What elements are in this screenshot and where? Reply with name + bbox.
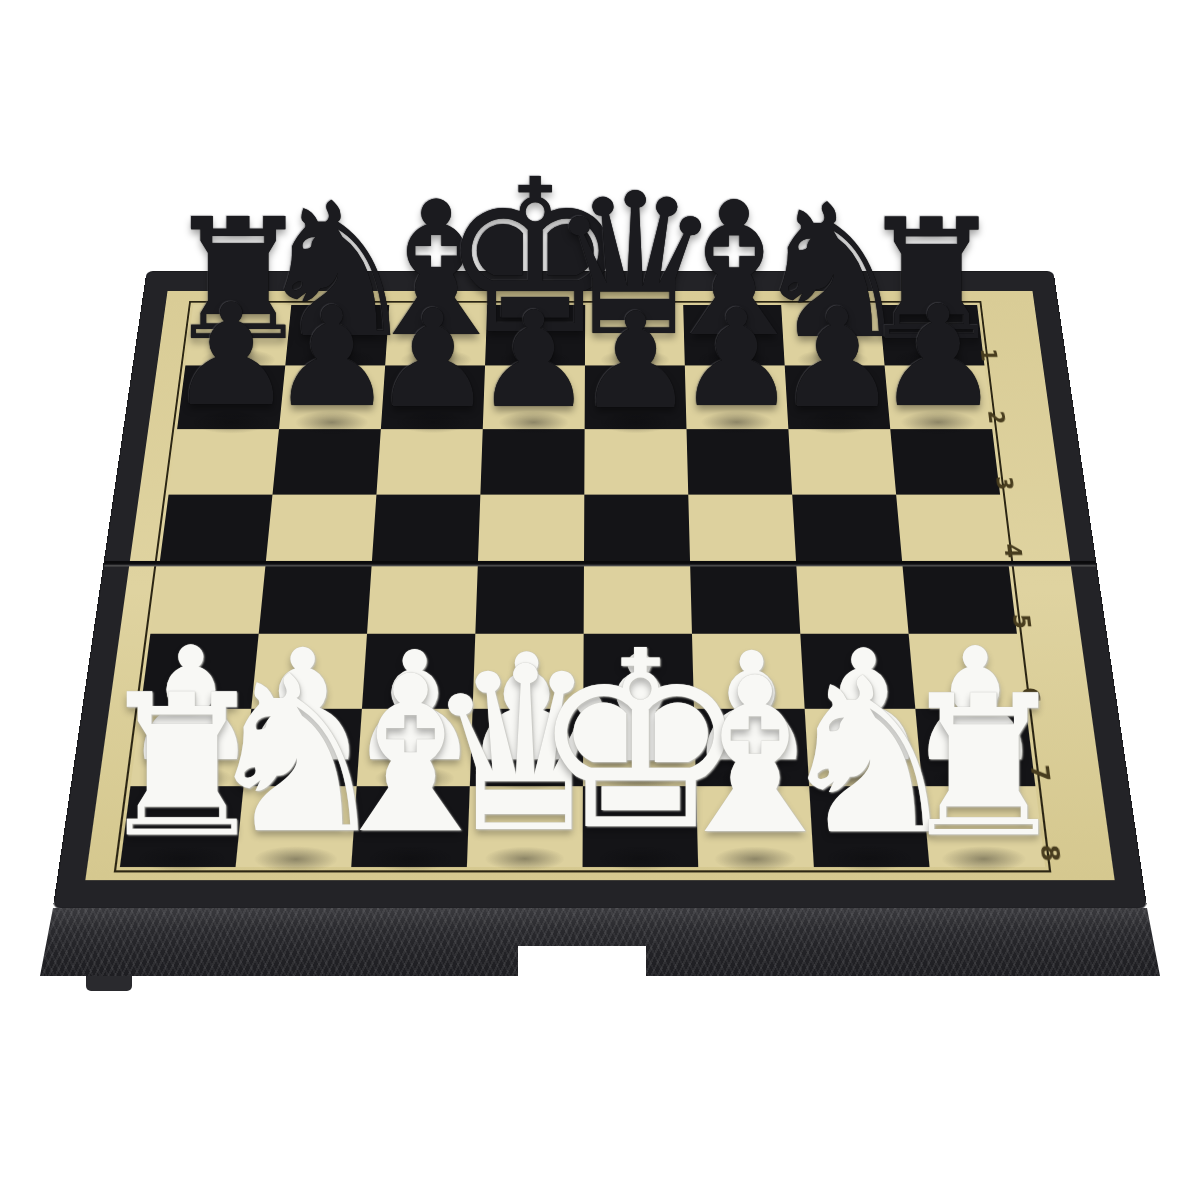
square[interactable] (376, 429, 482, 495)
square[interactable] (273, 429, 381, 495)
square[interactable] (160, 494, 273, 562)
square[interactable] (688, 494, 796, 562)
square[interactable] (792, 494, 902, 562)
square[interactable] (169, 429, 279, 495)
black-pawn-piece[interactable]: ♟ (876, 287, 1001, 427)
rank-label: 3 (964, 458, 1045, 509)
frame-clasp-foot (86, 976, 132, 991)
frame-front-edge (0, 908, 1200, 978)
rank-label: 4 (972, 525, 1055, 578)
square[interactable] (372, 494, 481, 562)
square[interactable] (584, 429, 688, 495)
square[interactable] (686, 429, 792, 495)
square[interactable] (584, 494, 690, 562)
product-photo-stage: 12345678 ♜♞♝♚♛♝♞♜♟♟♟♟♟♟♟♟♟♟♟♟♟♟♟♟♜♞♝♛♚♝♞… (0, 0, 1200, 1200)
square[interactable] (266, 494, 377, 562)
square[interactable] (480, 429, 584, 495)
square[interactable] (478, 494, 584, 562)
board-fold-seam (104, 561, 1096, 566)
square[interactable] (788, 429, 896, 495)
white-rook-piece[interactable]: ♜ (897, 670, 1071, 864)
